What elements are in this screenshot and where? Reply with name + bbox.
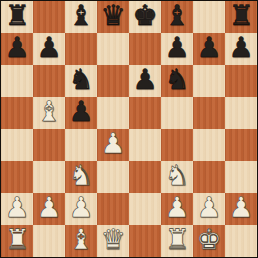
square-h7[interactable]: ♟	[225, 33, 257, 65]
piece-white-knight: ♞	[68, 160, 93, 192]
square-d5[interactable]	[97, 97, 129, 129]
square-c7[interactable]	[65, 33, 97, 65]
square-a4[interactable]	[1, 129, 33, 161]
square-h1[interactable]	[225, 225, 257, 257]
piece-black-queen: ♛	[100, 0, 125, 32]
piece-black-pawn: ♟	[4, 32, 29, 64]
square-g8[interactable]	[193, 1, 225, 33]
square-g6[interactable]	[193, 65, 225, 97]
square-e3[interactable]	[129, 161, 161, 193]
piece-black-pawn: ♟	[68, 96, 93, 128]
square-b3[interactable]	[33, 161, 65, 193]
chess-board-frame: ♜♝♛♚♝♜♟♟♟♟♟♞♟♞♝♟♟♞♞♟♟♟♟♟♟♜♝♛♜♚	[0, 0, 258, 258]
square-d6[interactable]	[97, 65, 129, 97]
square-d8[interactable]: ♛	[97, 1, 129, 33]
piece-white-bishop: ♝	[68, 224, 93, 256]
square-b6[interactable]	[33, 65, 65, 97]
piece-white-pawn: ♟	[164, 192, 189, 224]
square-f8[interactable]: ♝	[161, 1, 193, 33]
square-h6[interactable]	[225, 65, 257, 97]
square-d3[interactable]	[97, 161, 129, 193]
square-c5[interactable]: ♟	[65, 97, 97, 129]
square-a2[interactable]: ♟	[1, 193, 33, 225]
square-h5[interactable]	[225, 97, 257, 129]
piece-white-king: ♚	[196, 224, 221, 256]
square-a3[interactable]	[1, 161, 33, 193]
piece-black-knight: ♞	[164, 64, 189, 96]
square-d4[interactable]: ♟	[97, 129, 129, 161]
square-h4[interactable]	[225, 129, 257, 161]
square-a7[interactable]: ♟	[1, 33, 33, 65]
square-e5[interactable]	[129, 97, 161, 129]
square-a1[interactable]: ♜	[1, 225, 33, 257]
piece-white-bishop: ♝	[36, 96, 61, 128]
square-e6[interactable]: ♟	[129, 65, 161, 97]
square-g2[interactable]: ♟	[193, 193, 225, 225]
square-h2[interactable]: ♟	[225, 193, 257, 225]
square-a5[interactable]	[1, 97, 33, 129]
piece-white-pawn: ♟	[4, 192, 29, 224]
piece-white-queen: ♛	[100, 224, 125, 256]
piece-white-pawn: ♟	[228, 192, 253, 224]
square-d2[interactable]	[97, 193, 129, 225]
square-h3[interactable]	[225, 161, 257, 193]
square-a8[interactable]: ♜	[1, 1, 33, 33]
piece-black-rook: ♜	[228, 0, 253, 32]
square-c6[interactable]: ♞	[65, 65, 97, 97]
square-b2[interactable]: ♟	[33, 193, 65, 225]
piece-white-knight: ♞	[164, 160, 189, 192]
square-e1[interactable]	[129, 225, 161, 257]
square-a6[interactable]	[1, 65, 33, 97]
square-b4[interactable]	[33, 129, 65, 161]
piece-white-pawn: ♟	[36, 192, 61, 224]
piece-white-pawn: ♟	[100, 128, 125, 160]
square-d7[interactable]	[97, 33, 129, 65]
square-f2[interactable]: ♟	[161, 193, 193, 225]
piece-black-pawn: ♟	[164, 32, 189, 64]
piece-black-king: ♚	[132, 0, 157, 32]
square-f1[interactable]: ♜	[161, 225, 193, 257]
square-d1[interactable]: ♛	[97, 225, 129, 257]
piece-black-rook: ♜	[4, 0, 29, 32]
square-c3[interactable]: ♞	[65, 161, 97, 193]
piece-white-pawn: ♟	[68, 192, 93, 224]
chess-board: ♜♝♛♚♝♜♟♟♟♟♟♞♟♞♝♟♟♞♞♟♟♟♟♟♟♜♝♛♜♚	[1, 1, 257, 257]
piece-black-pawn: ♟	[132, 64, 157, 96]
square-f6[interactable]: ♞	[161, 65, 193, 97]
piece-white-rook: ♜	[164, 224, 189, 256]
square-g5[interactable]	[193, 97, 225, 129]
square-c2[interactable]: ♟	[65, 193, 97, 225]
piece-black-pawn: ♟	[196, 32, 221, 64]
piece-black-pawn: ♟	[36, 32, 61, 64]
square-g1[interactable]: ♚	[193, 225, 225, 257]
square-g7[interactable]: ♟	[193, 33, 225, 65]
square-e7[interactable]	[129, 33, 161, 65]
square-b5[interactable]: ♝	[33, 97, 65, 129]
piece-white-rook: ♜	[4, 224, 29, 256]
square-f3[interactable]: ♞	[161, 161, 193, 193]
square-b1[interactable]	[33, 225, 65, 257]
square-f4[interactable]	[161, 129, 193, 161]
square-e8[interactable]: ♚	[129, 1, 161, 33]
piece-black-pawn: ♟	[228, 32, 253, 64]
square-h8[interactable]: ♜	[225, 1, 257, 33]
square-g4[interactable]	[193, 129, 225, 161]
square-c1[interactable]: ♝	[65, 225, 97, 257]
square-c4[interactable]	[65, 129, 97, 161]
square-f5[interactable]	[161, 97, 193, 129]
piece-black-bishop: ♝	[164, 0, 189, 32]
piece-black-bishop: ♝	[68, 0, 93, 32]
square-c8[interactable]: ♝	[65, 1, 97, 33]
square-b7[interactable]: ♟	[33, 33, 65, 65]
square-e2[interactable]	[129, 193, 161, 225]
square-f7[interactable]: ♟	[161, 33, 193, 65]
square-g3[interactable]	[193, 161, 225, 193]
square-b8[interactable]	[33, 1, 65, 33]
square-e4[interactable]	[129, 129, 161, 161]
piece-white-pawn: ♟	[196, 192, 221, 224]
piece-black-knight: ♞	[68, 64, 93, 96]
